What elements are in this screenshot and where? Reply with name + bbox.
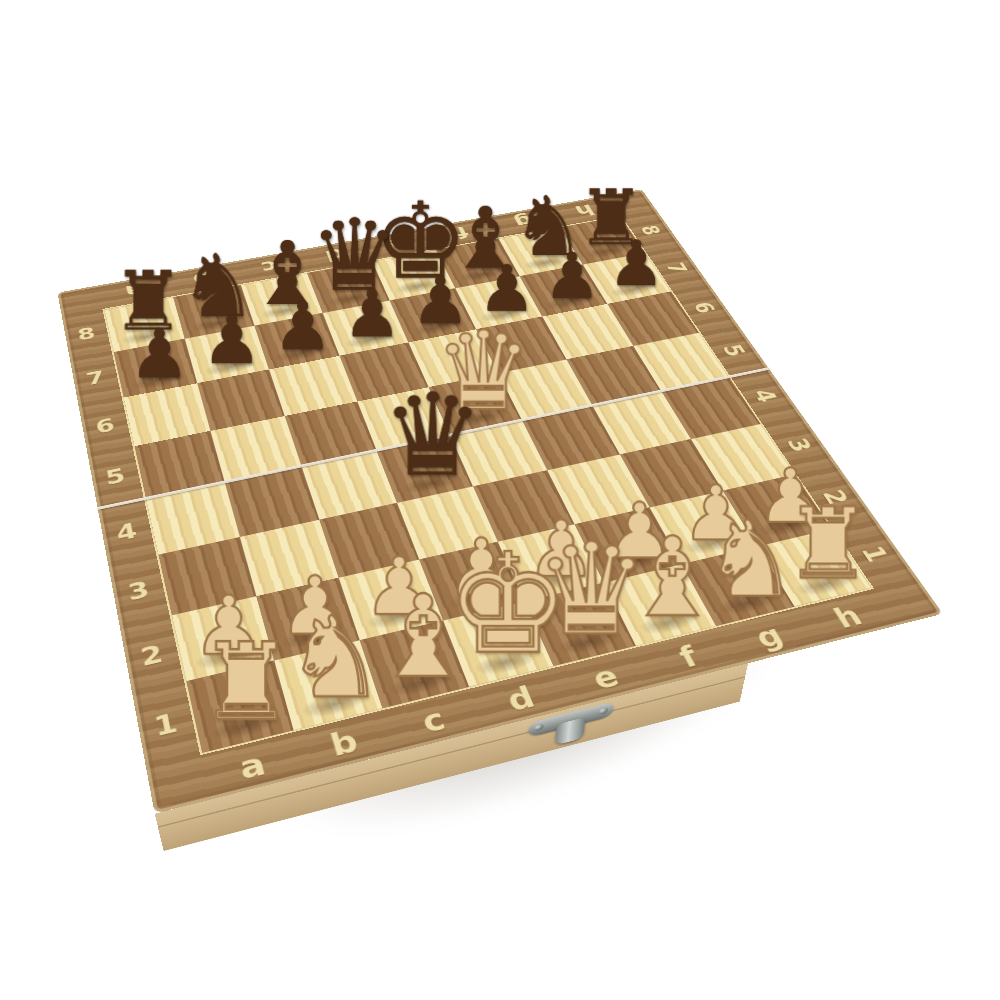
piece-white-bishop-c1: ♝ [372, 585, 474, 689]
piece-black-pawn-c7: ♟ [273, 296, 332, 357]
piece-black-pawn-a7: ♟ [129, 323, 190, 385]
piece-black-pawn-g7: ♟ [544, 247, 601, 305]
piece-black-pawn-h7: ♟ [608, 235, 664, 293]
piece-white-rook-a1: ♜ [198, 634, 294, 732]
piece-white-knight-b1: ♞ [285, 607, 386, 711]
square-c5 [285, 401, 377, 466]
piece-black-queen-d4: ♛ [381, 383, 483, 488]
square-d4: ♛ [377, 435, 474, 503]
piece-black-pawn-d7: ♟ [343, 284, 402, 344]
piece-black-pawn-b7: ♟ [202, 309, 262, 370]
product-photo-canvas: abcdefgh abcdefgh 87654321 87654321 ♜♞♝♛… [0, 0, 1000, 1000]
square-a6 [124, 383, 211, 446]
